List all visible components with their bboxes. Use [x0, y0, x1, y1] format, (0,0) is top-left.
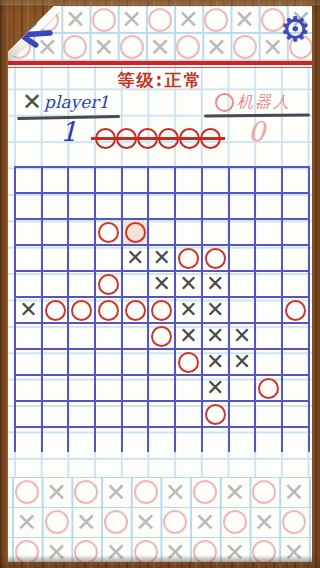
board-cell[interactable]: [94, 270, 121, 296]
border-pattern-cell: ✕: [71, 507, 101, 537]
board-cell[interactable]: [228, 400, 255, 426]
decorative-o-icon: [193, 480, 217, 504]
board-cell[interactable]: [14, 348, 41, 374]
border-pattern-cell: ✕: [61, 6, 89, 34]
board-cell[interactable]: [281, 244, 308, 270]
board-cell[interactable]: [174, 166, 201, 192]
board-cell[interactable]: [147, 296, 174, 322]
board-cell[interactable]: [67, 166, 94, 192]
board-cell[interactable]: [147, 426, 174, 452]
board-cell[interactable]: [281, 296, 308, 322]
decorative-x-icon: ✕: [178, 7, 199, 32]
board-cell[interactable]: [147, 400, 174, 426]
gear-icon: ⚙: [280, 9, 310, 49]
x-mark-icon: ✕: [153, 247, 171, 269]
board-cell[interactable]: [281, 348, 308, 374]
board-cell[interactable]: [67, 322, 94, 348]
board-cell[interactable]: ✕: [201, 374, 228, 400]
x-mark-icon: ✕: [179, 273, 197, 295]
level-label: 等级:正常: [8, 69, 312, 92]
player2-name: 机器人: [237, 92, 291, 113]
board-cell[interactable]: [14, 270, 41, 296]
board-cell[interactable]: [14, 166, 41, 192]
board-cell[interactable]: [147, 348, 174, 374]
o-mark-icon: [125, 300, 146, 321]
board-cell[interactable]: ✕: [147, 270, 174, 296]
board-cell[interactable]: [228, 244, 255, 270]
board-cell[interactable]: ✕: [174, 270, 201, 296]
board-cell[interactable]: ✕: [14, 296, 41, 322]
board-cell[interactable]: [228, 166, 255, 192]
board-cell[interactable]: [94, 426, 121, 452]
border-pattern-cell: [12, 477, 42, 507]
board-cell[interactable]: [147, 166, 174, 192]
board-cell[interactable]: [254, 400, 281, 426]
board-cell[interactable]: [94, 348, 121, 374]
border-pattern-cell: [118, 34, 146, 62]
x-mark-icon: ✕: [206, 273, 224, 295]
board-cell[interactable]: [281, 426, 308, 452]
board-cell[interactable]: [281, 166, 308, 192]
decorative-x-icon: ✕: [254, 510, 275, 535]
decorative-o-icon: [163, 510, 187, 534]
board-cell[interactable]: [281, 374, 308, 400]
border-pattern-cell: ✕: [160, 477, 190, 507]
o-mark-icon: [205, 248, 226, 269]
board-cell[interactable]: ✕: [228, 348, 255, 374]
board-cell[interactable]: [121, 426, 148, 452]
decorative-x-icon: ✕: [46, 480, 67, 505]
board-cell[interactable]: [67, 270, 94, 296]
o-mark-icon: [151, 326, 172, 347]
board-cell[interactable]: [254, 270, 281, 296]
border-pattern-cell: ✕: [309, 507, 312, 537]
board-cell[interactable]: [254, 166, 281, 192]
border-pattern-cell: [309, 477, 312, 507]
board-cell[interactable]: [94, 296, 121, 322]
decorative-o-icon: [45, 510, 69, 534]
tally-strike-line: [91, 137, 225, 140]
board-cell[interactable]: [41, 426, 68, 452]
board-cell[interactable]: [254, 374, 281, 400]
board-cell[interactable]: ✕: [201, 296, 228, 322]
board-cell[interactable]: [121, 166, 148, 192]
board-cell[interactable]: [94, 192, 121, 218]
border-pattern-cell: [160, 507, 190, 537]
board-cell[interactable]: [201, 166, 228, 192]
o-mark-icon: [71, 300, 92, 321]
board-cell[interactable]: [14, 400, 41, 426]
border-pattern-cell: [174, 34, 202, 62]
decorative-o-icon: [148, 8, 172, 32]
o-mark-icon: [98, 300, 119, 321]
board-cell[interactable]: ✕: [201, 270, 228, 296]
o-mark-icon: [151, 300, 172, 321]
decorative-x-icon: ✕: [105, 480, 126, 505]
board-cell[interactable]: [67, 192, 94, 218]
board-cell[interactable]: [254, 296, 281, 322]
board-cell[interactable]: [14, 374, 41, 400]
board-cell[interactable]: [121, 218, 148, 244]
board-cell[interactable]: ✕: [174, 296, 201, 322]
board-cell[interactable]: [41, 166, 68, 192]
board-cell[interactable]: [67, 244, 94, 270]
x-mark-icon: ✕: [206, 299, 224, 321]
decorative-o-icon: [134, 480, 158, 504]
border-pattern-cell: [71, 477, 101, 507]
border-pattern-cell: [190, 477, 220, 507]
bottom-border-pattern: ✕✕✕✕✕✕✕✕✕✕✕✕✕✕✕✕: [12, 477, 312, 562]
border-pattern-cell: [231, 34, 259, 62]
decorative-x-icon: ✕: [150, 35, 171, 60]
board-cell[interactable]: [281, 400, 308, 426]
decorative-x-icon: ✕: [93, 35, 114, 60]
board-cell[interactable]: [121, 322, 148, 348]
o-mark-icon: [98, 222, 119, 243]
decorative-o-icon: [63, 35, 87, 59]
border-pattern-cell: ✕: [174, 6, 202, 34]
board-cell[interactable]: [254, 426, 281, 452]
board-cell[interactable]: [228, 374, 255, 400]
decorative-x-icon: ✕: [224, 480, 245, 505]
board-cell[interactable]: [254, 244, 281, 270]
game-board: ✕✕✕✕✕✕✕✕✕✕✕✕✕✕: [14, 166, 310, 452]
x-mark-icon: ✕: [19, 299, 37, 321]
red-rule-thin: [8, 67, 312, 69]
board-cell[interactable]: [228, 426, 255, 452]
decorative-x-icon: ✕: [121, 7, 142, 32]
board-cell[interactable]: [41, 322, 68, 348]
border-pattern-cell: [42, 507, 72, 537]
board-cell[interactable]: [121, 374, 148, 400]
border-pattern-cell: ✕: [231, 6, 259, 34]
board-cell[interactable]: ✕: [174, 322, 201, 348]
board-cell[interactable]: [94, 400, 121, 426]
o-mark-icon: [205, 404, 226, 425]
border-pattern-cell: [220, 507, 250, 537]
board-cell[interactable]: [41, 374, 68, 400]
decorative-o-icon: [104, 510, 128, 534]
player1-name: player1: [44, 92, 109, 112]
board-cell[interactable]: [121, 296, 148, 322]
decorative-x-icon: ✕: [65, 7, 86, 32]
board-cell[interactable]: [228, 192, 255, 218]
board-cell[interactable]: [228, 218, 255, 244]
board-cell[interactable]: ✕: [228, 322, 255, 348]
o-mark-icon: [178, 352, 199, 373]
board-cell[interactable]: [14, 192, 41, 218]
decorative-o-icon: [92, 8, 116, 32]
x-mark-icon: ✕: [233, 351, 251, 373]
board-cell[interactable]: [174, 374, 201, 400]
decorative-o-icon: [15, 480, 39, 504]
border-pattern-cell: [202, 6, 230, 34]
board-cell[interactable]: [14, 426, 41, 452]
decorative-x-icon: ✕: [165, 480, 186, 505]
board-cell[interactable]: [121, 400, 148, 426]
x-mark-icon: ✕: [153, 273, 171, 295]
border-pattern-cell: ✕: [12, 507, 42, 537]
app-window: ✕✕✕✕✕✕✕✕✕✕✕✕ ⚙ 等级:正常 ✕ player1 1 机器人 0 ✕…: [0, 0, 320, 568]
player2-label: 机器人: [215, 92, 291, 113]
decorative-o-icon: [223, 510, 247, 534]
o-mark-icon: [258, 378, 279, 399]
board-cell[interactable]: [121, 270, 148, 296]
board-cell[interactable]: [94, 322, 121, 348]
board-cell[interactable]: [174, 348, 201, 374]
board-cell[interactable]: [41, 192, 68, 218]
board-cell[interactable]: [147, 192, 174, 218]
board-cell[interactable]: [174, 218, 201, 244]
border-pattern-cell: ✕: [202, 34, 230, 62]
o-mark-icon: [285, 300, 306, 321]
decorative-x-icon: ✕: [194, 510, 215, 535]
decorative-x-icon: ✕: [284, 480, 305, 505]
board-cell[interactable]: [174, 192, 201, 218]
board-cell[interactable]: [67, 218, 94, 244]
x-mark-icon: ✕: [206, 325, 224, 347]
decorative-o-icon: [204, 8, 228, 32]
border-pattern-cell: [250, 477, 280, 507]
board-cell[interactable]: [14, 322, 41, 348]
board-cell[interactable]: ✕: [147, 244, 174, 270]
board-cell[interactable]: [201, 218, 228, 244]
board-cell[interactable]: [121, 348, 148, 374]
board-cell[interactable]: [121, 192, 148, 218]
x-mark-icon: ✕: [126, 247, 144, 269]
board-cell[interactable]: [41, 270, 68, 296]
decorative-o-icon: [233, 35, 257, 59]
board-cell[interactable]: [67, 426, 94, 452]
x-mark-icon: ✕: [206, 377, 224, 399]
o-mark-icon: [98, 274, 119, 295]
border-pattern-cell: ✕: [250, 507, 280, 537]
board-cell[interactable]: [147, 374, 174, 400]
board-cell[interactable]: [201, 192, 228, 218]
decorative-x-icon: ✕: [206, 35, 227, 60]
board-cell[interactable]: [228, 296, 255, 322]
board-cell[interactable]: [41, 348, 68, 374]
decorative-o-icon: [252, 480, 276, 504]
board-cell[interactable]: [174, 400, 201, 426]
board-cell[interactable]: [67, 400, 94, 426]
bottom-decorative-border: ✕✕✕✕✕✕✕✕✕✕✕✕✕✕✕✕: [8, 477, 312, 562]
board-cell[interactable]: [41, 400, 68, 426]
x-mark-icon: ✕: [233, 325, 251, 347]
board-cell[interactable]: [67, 296, 94, 322]
player2-o-mark-icon: [215, 93, 234, 112]
decorative-o-icon: [120, 35, 144, 59]
board-cell[interactable]: [147, 218, 174, 244]
border-pattern-cell: ✕: [190, 507, 220, 537]
paper-bottom-shadow: [8, 555, 312, 562]
board-cell[interactable]: [94, 374, 121, 400]
decorative-x-icon: ✕: [234, 7, 255, 32]
board-cell[interactable]: [14, 244, 41, 270]
decorative-x-icon: ✕: [76, 510, 97, 535]
player1-x-mark-icon: ✕: [22, 90, 42, 114]
o-mark-icon: [125, 222, 146, 243]
player2-score: 0: [248, 118, 265, 145]
board-cell[interactable]: [201, 426, 228, 452]
board-cell[interactable]: [41, 296, 68, 322]
board-cell[interactable]: [41, 218, 68, 244]
board-cell[interactable]: [254, 322, 281, 348]
o-mark-icon: [178, 248, 199, 269]
decorative-x-icon: ✕: [135, 510, 156, 535]
x-mark-icon: ✕: [179, 299, 197, 321]
decorative-o-icon: [282, 510, 306, 534]
board-cell[interactable]: [67, 374, 94, 400]
border-pattern-cell: ✕: [42, 477, 72, 507]
board-cell[interactable]: [228, 270, 255, 296]
player1-label: ✕ player1: [22, 90, 109, 114]
settings-button[interactable]: ⚙: [280, 12, 310, 46]
board-cell[interactable]: [254, 348, 281, 374]
board-cell[interactable]: [281, 322, 308, 348]
round-tally: [95, 128, 221, 149]
decorative-o-icon: [176, 35, 200, 59]
decorative-x-icon: ✕: [16, 510, 37, 535]
x-mark-icon: ✕: [179, 325, 197, 347]
red-rule-thick: [8, 61, 312, 65]
x-mark-icon: ✕: [206, 351, 224, 373]
board-cell[interactable]: [201, 244, 228, 270]
board-cell[interactable]: ✕: [121, 244, 148, 270]
border-pattern-cell: ✕: [101, 477, 131, 507]
border-pattern-cell: [279, 507, 309, 537]
board-cell[interactable]: [254, 218, 281, 244]
border-pattern-cell: ✕: [131, 507, 161, 537]
border-pattern-cell: ✕: [220, 477, 250, 507]
player1-score: 1: [60, 118, 77, 145]
board-cell[interactable]: [14, 218, 41, 244]
board-cell[interactable]: [67, 348, 94, 374]
board-cell[interactable]: [94, 244, 121, 270]
border-pattern-cell: ✕: [118, 6, 146, 34]
board-cell[interactable]: [174, 244, 201, 270]
notebook-paper: ✕✕✕✕✕✕✕✕✕✕✕✕ ⚙ 等级:正常 ✕ player1 1 机器人 0 ✕…: [8, 6, 312, 562]
board-cell[interactable]: [147, 322, 174, 348]
board-cell[interactable]: [201, 400, 228, 426]
border-pattern-cell: [146, 6, 174, 34]
board-cell[interactable]: [254, 192, 281, 218]
board-cell[interactable]: [174, 426, 201, 452]
border-pattern-cell: ✕: [90, 34, 118, 62]
board-cell[interactable]: [281, 218, 308, 244]
board-cell[interactable]: ✕: [201, 348, 228, 374]
board-cell[interactable]: [94, 166, 121, 192]
board-cell[interactable]: [94, 218, 121, 244]
border-pattern-cell: ✕: [279, 477, 309, 507]
board-cell[interactable]: [281, 192, 308, 218]
board-cell[interactable]: [281, 270, 308, 296]
border-pattern-cell: [61, 34, 89, 62]
o-mark-icon: [45, 300, 66, 321]
decorative-o-icon: [74, 480, 98, 504]
border-pattern-cell: ✕: [146, 34, 174, 62]
border-pattern-cell: [90, 6, 118, 34]
board-cell[interactable]: ✕: [201, 322, 228, 348]
board-cell[interactable]: [41, 244, 68, 270]
border-pattern-cell: [101, 507, 131, 537]
border-pattern-cell: [131, 477, 161, 507]
